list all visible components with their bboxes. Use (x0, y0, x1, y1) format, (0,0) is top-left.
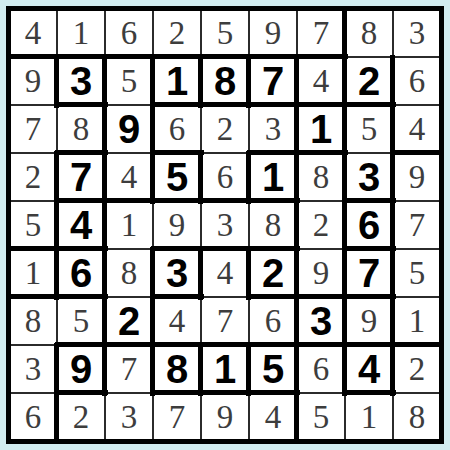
cell-r4c1: 2 (9, 153, 57, 201)
cell-r5c9: 7 (393, 201, 441, 249)
cell-r5c6: 8 (249, 201, 297, 249)
cell-r6c9: 5 (393, 249, 441, 297)
cell-r3c8: 5 (345, 105, 393, 153)
cell-r1c6: 9 (249, 9, 297, 57)
thick-hseg-3 (55, 150, 108, 155)
cell-r2c1: 9 (9, 57, 57, 105)
cell-r5c7: 2 (297, 201, 345, 249)
cell-r5c1: 5 (9, 201, 57, 249)
cell-r8c8: 4 (345, 345, 393, 393)
cell-r9c9: 8 (393, 393, 441, 441)
cell-r5c3: 1 (105, 201, 153, 249)
thick-hseg-17 (151, 390, 300, 395)
cell-r3c5: 2 (201, 105, 249, 153)
thick-hseg-1 (55, 102, 108, 107)
cell-r1c4: 2 (153, 9, 201, 57)
thick-vseg-8 (198, 247, 203, 300)
cell-r3c3: 9 (105, 105, 153, 153)
cell-r1c7: 7 (297, 9, 345, 57)
cell-r3c1: 7 (9, 105, 57, 153)
cell-r5c5: 3 (201, 201, 249, 249)
cell-r6c1: 1 (9, 249, 57, 297)
cell-r1c5: 5 (201, 9, 249, 57)
thick-hseg-2 (151, 102, 396, 107)
cell-r7c2: 5 (57, 297, 105, 345)
cell-r8c1: 3 (9, 345, 57, 393)
cell-r2c3: 5 (105, 57, 153, 105)
cell-r6c2: 6 (57, 249, 105, 297)
cell-r8c3: 7 (105, 345, 153, 393)
cell-r5c8: 6 (345, 201, 393, 249)
thick-hseg-6 (391, 150, 444, 155)
cell-r4c7: 8 (297, 153, 345, 201)
cell-r9c6: 4 (249, 393, 297, 441)
cell-r1c1: 4 (9, 9, 57, 57)
cell-r7c9: 1 (393, 297, 441, 345)
cell-r8c5: 1 (201, 345, 249, 393)
cell-r7c3: 2 (105, 297, 153, 345)
cell-r4c4: 5 (153, 153, 201, 201)
cell-r9c7: 5 (297, 393, 345, 441)
thick-hseg-11 (343, 246, 396, 251)
cell-r4c6: 1 (249, 153, 297, 201)
thick-vseg-11 (246, 151, 251, 204)
cell-r7c1: 8 (9, 297, 57, 345)
cell-r5c2: 4 (57, 201, 105, 249)
cell-r6c3: 8 (105, 249, 153, 297)
thick-hseg-4 (151, 150, 204, 155)
cell-r4c2: 7 (57, 153, 105, 201)
thick-hseg-10 (151, 246, 300, 251)
thick-vseg-6 (198, 55, 203, 108)
thick-vseg-10 (246, 55, 251, 108)
thick-hseg-14 (247, 294, 396, 299)
cell-r9c5: 9 (201, 393, 249, 441)
thick-hseg-7 (55, 198, 300, 203)
cell-r4c8: 3 (345, 153, 393, 201)
cell-r5c4: 9 (153, 201, 201, 249)
cell-r7c4: 4 (153, 297, 201, 345)
cell-r2c7: 4 (297, 57, 345, 105)
cell-r7c5: 7 (201, 297, 249, 345)
thick-vseg-9 (198, 343, 203, 396)
sudoku-board: 4162597839351874267896231542745618395419… (0, 0, 450, 450)
cell-r6c6: 2 (249, 249, 297, 297)
thick-vseg-1 (54, 151, 59, 300)
thick-vseg-7 (198, 151, 203, 204)
cell-r7c8: 9 (345, 297, 393, 345)
thick-hseg-16 (55, 390, 108, 395)
cell-r4c3: 4 (105, 153, 153, 201)
thick-vseg-12 (246, 247, 251, 300)
cell-r6c7: 9 (297, 249, 345, 297)
cell-r1c8: 8 (345, 9, 393, 57)
cell-r8c7: 6 (297, 345, 345, 393)
cell-r1c2: 1 (57, 9, 105, 57)
cell-r3c9: 4 (393, 105, 441, 153)
cell-r3c2: 8 (57, 105, 105, 153)
cell-r2c9: 6 (393, 57, 441, 105)
cell-r9c2: 2 (57, 393, 105, 441)
cell-r9c4: 7 (153, 393, 201, 441)
cell-r4c5: 6 (201, 153, 249, 201)
cell-r8c6: 5 (249, 345, 297, 393)
thick-vseg-16 (390, 55, 395, 396)
thick-hseg-13 (151, 294, 204, 299)
cell-r6c4: 3 (153, 249, 201, 297)
cell-r9c1: 6 (9, 393, 57, 441)
cell-r8c9: 2 (393, 345, 441, 393)
thick-vseg-3 (102, 55, 107, 396)
cell-r7c7: 3 (297, 297, 345, 345)
cell-r1c9: 3 (393, 9, 441, 57)
cell-r9c3: 3 (105, 393, 153, 441)
cell-r2c8: 2 (345, 57, 393, 105)
cell-r3c6: 3 (249, 105, 297, 153)
thick-vseg-0 (54, 55, 59, 108)
cell-r3c4: 6 (153, 105, 201, 153)
cell-r6c5: 4 (201, 249, 249, 297)
cell-r7c6: 6 (249, 297, 297, 345)
thick-vseg-4 (150, 55, 155, 204)
cell-r2c4: 1 (153, 57, 201, 105)
cell-r1c3: 6 (105, 9, 153, 57)
thick-vseg-15 (342, 7, 347, 396)
cell-r8c4: 8 (153, 345, 201, 393)
thick-vseg-5 (150, 247, 155, 396)
thick-hseg-8 (343, 198, 396, 203)
cell-r8c2: 9 (57, 345, 105, 393)
cell-r9c8: 1 (345, 393, 393, 441)
cell-r2c6: 7 (249, 57, 297, 105)
thick-vseg-14 (294, 55, 299, 444)
cell-r3c7: 1 (297, 105, 345, 153)
cell-r2c2: 3 (57, 57, 105, 105)
cell-r6c8: 7 (345, 249, 393, 297)
thick-vseg-2 (54, 343, 59, 444)
cell-r4c9: 9 (393, 153, 441, 201)
cell-r2c5: 8 (201, 57, 249, 105)
thick-hseg-18 (343, 390, 396, 395)
thick-vseg-13 (246, 343, 251, 396)
